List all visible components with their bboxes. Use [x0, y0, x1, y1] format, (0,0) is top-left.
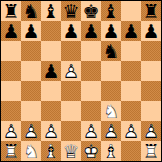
square-h2[interactable]: ♟♙ [141, 121, 161, 141]
piece-outline: ♙ [141, 121, 161, 141]
square-a1[interactable]: ♜♖ [1, 141, 21, 161]
square-f1[interactable]: ♝♗ [101, 141, 121, 161]
square-e6[interactable] [81, 41, 101, 61]
square-f5[interactable] [101, 61, 121, 81]
piece-black-king[interactable]: ♚ [81, 1, 101, 21]
piece-white-pawn[interactable]: ♟♙ [101, 121, 121, 141]
piece-white-knight[interactable]: ♞♘ [101, 101, 121, 121]
piece-white-bishop[interactable]: ♝♗ [41, 141, 61, 161]
square-g2[interactable]: ♟♙ [121, 121, 141, 141]
piece-black-queen[interactable]: ♛ [61, 1, 81, 21]
square-a4[interactable] [1, 81, 21, 101]
square-h3[interactable] [141, 101, 161, 121]
piece-outline: ♙ [101, 121, 121, 141]
piece-white-pawn[interactable]: ♟♙ [1, 121, 21, 141]
square-h5[interactable] [141, 61, 161, 81]
piece-black-pawn[interactable]: ♟ [61, 21, 81, 41]
piece-black-pawn[interactable]: ♟ [121, 21, 141, 41]
square-b5[interactable] [21, 61, 41, 81]
piece-outline: ♙ [41, 121, 61, 141]
square-g3[interactable] [121, 101, 141, 121]
piece-white-pawn[interactable]: ♟♙ [41, 121, 61, 141]
piece-white-king[interactable]: ♚♔ [81, 141, 101, 161]
square-f6[interactable]: ♞ [101, 41, 121, 61]
square-d3[interactable] [61, 101, 81, 121]
square-e7[interactable]: ♟ [81, 21, 101, 41]
square-e5[interactable] [81, 61, 101, 81]
piece-black-pawn[interactable]: ♟ [1, 21, 21, 41]
square-f7[interactable]: ♟ [101, 21, 121, 41]
square-c8[interactable]: ♝ [41, 1, 61, 21]
piece-black-pawn[interactable]: ♟ [21, 21, 41, 41]
square-h6[interactable] [141, 41, 161, 61]
piece-black-pawn[interactable]: ♟ [141, 21, 161, 41]
square-h1[interactable]: ♜♖ [141, 141, 161, 161]
square-c5[interactable]: ♟ [41, 61, 61, 81]
piece-black-pawn[interactable]: ♟ [81, 21, 101, 41]
square-b1[interactable]: ♞♘ [21, 141, 41, 161]
square-c4[interactable] [41, 81, 61, 101]
square-g7[interactable]: ♟ [121, 21, 141, 41]
piece-white-pawn[interactable]: ♟♙ [81, 121, 101, 141]
piece-white-queen[interactable]: ♛♕ [61, 141, 81, 161]
square-c6[interactable] [41, 41, 61, 61]
square-e4[interactable] [81, 81, 101, 101]
square-b7[interactable]: ♟ [21, 21, 41, 41]
square-b2[interactable]: ♟♙ [21, 121, 41, 141]
piece-white-knight[interactable]: ♞♘ [21, 141, 41, 161]
piece-black-bishop[interactable]: ♝ [101, 1, 121, 21]
square-d7[interactable]: ♟ [61, 21, 81, 41]
piece-black-rook[interactable]: ♜ [141, 1, 161, 21]
piece-outline: ♙ [21, 121, 41, 141]
square-a3[interactable] [1, 101, 21, 121]
piece-outline: ♘ [21, 141, 41, 161]
square-g5[interactable] [121, 61, 141, 81]
square-d5[interactable]: ♟♙ [61, 61, 81, 81]
square-c1[interactable]: ♝♗ [41, 141, 61, 161]
piece-outline: ♙ [61, 61, 81, 81]
piece-outline: ♙ [121, 121, 141, 141]
square-a8[interactable]: ♜ [1, 1, 21, 21]
square-a2[interactable]: ♟♙ [1, 121, 21, 141]
piece-outline: ♖ [141, 141, 161, 161]
square-d8[interactable]: ♛ [61, 1, 81, 21]
square-a6[interactable] [1, 41, 21, 61]
square-d4[interactable] [61, 81, 81, 101]
square-e3[interactable] [81, 101, 101, 121]
square-d6[interactable] [61, 41, 81, 61]
square-f4[interactable] [101, 81, 121, 101]
piece-black-pawn[interactable]: ♟ [101, 21, 121, 41]
piece-outline: ♙ [1, 121, 21, 141]
piece-white-rook[interactable]: ♜♖ [1, 141, 21, 161]
square-h8[interactable]: ♜ [141, 1, 161, 21]
square-e1[interactable]: ♚♔ [81, 141, 101, 161]
square-c2[interactable]: ♟♙ [41, 121, 61, 141]
piece-outline: ♔ [81, 141, 101, 161]
piece-black-knight[interactable]: ♞ [21, 1, 41, 21]
square-h7[interactable]: ♟ [141, 21, 161, 41]
square-b3[interactable] [21, 101, 41, 121]
piece-outline: ♗ [101, 141, 121, 161]
piece-outline: ♙ [81, 121, 101, 141]
piece-outline: ♕ [61, 141, 81, 161]
square-b8[interactable]: ♞ [21, 1, 41, 21]
piece-black-knight[interactable]: ♞ [101, 41, 121, 61]
square-e2[interactable]: ♟♙ [81, 121, 101, 141]
square-e8[interactable]: ♚ [81, 1, 101, 21]
piece-white-bishop[interactable]: ♝♗ [101, 141, 121, 161]
piece-white-pawn[interactable]: ♟♙ [61, 61, 81, 81]
square-f3[interactable]: ♞♘ [101, 101, 121, 121]
square-f8[interactable]: ♝ [101, 1, 121, 21]
piece-black-rook[interactable]: ♜ [1, 1, 21, 21]
piece-white-pawn[interactable]: ♟♙ [141, 121, 161, 141]
square-a5[interactable] [1, 61, 21, 81]
piece-outline: ♖ [1, 141, 21, 161]
piece-black-bishop[interactable]: ♝ [41, 1, 61, 21]
square-c7[interactable] [41, 21, 61, 41]
square-h4[interactable] [141, 81, 161, 101]
square-f2[interactable]: ♟♙ [101, 121, 121, 141]
piece-white-rook[interactable]: ♜♖ [141, 141, 161, 161]
square-b4[interactable] [21, 81, 41, 101]
piece-white-pawn[interactable]: ♟♙ [121, 121, 141, 141]
piece-outline: ♘ [101, 101, 121, 121]
square-g8[interactable] [121, 1, 141, 21]
piece-black-pawn[interactable]: ♟ [41, 61, 61, 81]
square-g4[interactable] [121, 81, 141, 101]
square-b6[interactable] [21, 41, 41, 61]
piece-outline: ♗ [41, 141, 61, 161]
square-d2[interactable] [61, 121, 81, 141]
square-c3[interactable] [41, 101, 61, 121]
square-g6[interactable] [121, 41, 141, 61]
piece-white-pawn[interactable]: ♟♙ [21, 121, 41, 141]
square-a7[interactable]: ♟ [1, 21, 21, 41]
chess-board: ♜♞♝♛♚♝♜♟♟♟♟♟♟♟♞♟♟♙♞♘♟♙♟♙♟♙♟♙♟♙♟♙♟♙♜♖♞♘♝♗… [0, 0, 162, 162]
square-d1[interactable]: ♛♕ [61, 141, 81, 161]
square-g1[interactable] [121, 141, 141, 161]
